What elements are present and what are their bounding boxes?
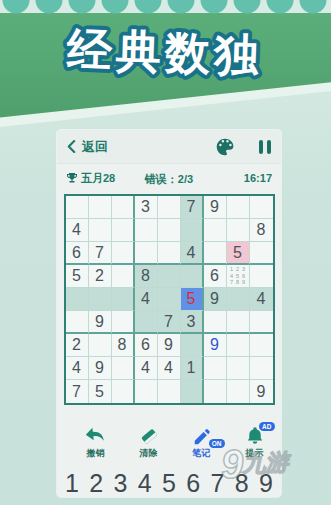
cell-r6c6[interactable]: 3: [181, 311, 204, 334]
pencil-notes: 123456789: [227, 265, 249, 287]
numpad-4[interactable]: 4: [138, 469, 152, 497]
cell-r8c7[interactable]: [204, 357, 227, 380]
undo-arrow-icon: [85, 426, 107, 446]
cell-r1c2[interactable]: [89, 196, 112, 219]
cell-r3c8[interactable]: 5: [227, 242, 250, 265]
hint-ad-badge: AD: [259, 422, 274, 431]
cell-r8c2[interactable]: 9: [89, 357, 112, 380]
back-button[interactable]: 返回: [67, 138, 108, 156]
undo-button[interactable]: 撤销: [74, 426, 118, 468]
sudoku-grid: 3794867455286123456789459497328699494417…: [64, 194, 275, 405]
cell-r8c9[interactable]: [250, 357, 273, 380]
cell-r8c6[interactable]: 1: [181, 357, 204, 380]
cell-r4c3[interactable]: [112, 265, 135, 288]
banner-title: 经典数独: [65, 24, 264, 82]
cell-r6c9[interactable]: [250, 311, 273, 334]
cell-r3c5[interactable]: [158, 242, 181, 265]
app-panel: 返回 五月28 错误：2/3 16:17 3794867455286123456…: [57, 130, 281, 497]
notes-button[interactable]: ON 笔记: [180, 426, 224, 468]
cell-r6c4[interactable]: [135, 311, 158, 334]
toolbar: 撤销 清除 ON 笔记: [57, 426, 281, 468]
cell-r5c8[interactable]: [227, 288, 250, 311]
cell-r1c1[interactable]: [66, 196, 89, 219]
notes-label: 笔记: [193, 447, 211, 460]
pause-button[interactable]: [259, 140, 271, 154]
cell-r5c6[interactable]: 5: [181, 288, 204, 311]
cell-r6c8[interactable]: [227, 311, 250, 334]
cell-r2c6[interactable]: [181, 219, 204, 242]
erase-button[interactable]: 清除: [127, 426, 171, 468]
cell-r4c6[interactable]: [181, 265, 204, 288]
page: 经典数独 返回 五月28: [0, 0, 331, 505]
scallop-wave: [0, 0, 331, 16]
cell-r7c8[interactable]: [227, 334, 250, 357]
date-label: 五月28: [81, 171, 115, 186]
cell-r1c6[interactable]: 7: [181, 196, 204, 219]
numpad-2[interactable]: 2: [89, 469, 103, 497]
cell-r1c7[interactable]: 9: [204, 196, 227, 219]
palette-icon[interactable]: [215, 137, 235, 157]
cell-r4c1[interactable]: 5: [66, 265, 89, 288]
numpad-7[interactable]: 7: [211, 469, 225, 497]
cell-r3c7[interactable]: [204, 242, 227, 265]
status-bar: 五月28 错误：2/3 16:17: [57, 164, 281, 192]
cell-r7c6[interactable]: [181, 334, 204, 357]
cell-r4c4[interactable]: 8: [135, 265, 158, 288]
cell-r3c6[interactable]: 4: [181, 242, 204, 265]
cell-r4c7[interactable]: 6: [204, 265, 227, 288]
cell-r5c4[interactable]: 4: [135, 288, 158, 311]
cell-r8c4[interactable]: 4: [135, 357, 158, 380]
cell-r8c3[interactable]: [112, 357, 135, 380]
cell-r4c5[interactable]: [158, 265, 181, 288]
cell-r2c3[interactable]: [112, 219, 135, 242]
erase-label: 清除: [140, 447, 158, 460]
errors-label: 错误：: [145, 173, 178, 185]
cell-r2c7[interactable]: [204, 219, 227, 242]
banner-title-wrap: 经典数独: [24, 15, 306, 87]
cell-r9c8[interactable]: [227, 380, 250, 403]
cell-r9c6[interactable]: [181, 380, 204, 403]
cell-r9c2[interactable]: 5: [89, 380, 112, 403]
cell-r5c1[interactable]: [66, 288, 89, 311]
cell-r9c5[interactable]: [158, 380, 181, 403]
notes-on-badge: ON: [209, 439, 225, 448]
cell-r4c2[interactable]: 2: [89, 265, 112, 288]
cell-r1c4[interactable]: 3: [135, 196, 158, 219]
cell-r2c4[interactable]: [135, 219, 158, 242]
numpad-9[interactable]: 9: [259, 469, 273, 497]
cell-r4c8[interactable]: 123456789: [227, 265, 250, 288]
cell-r2c2[interactable]: [89, 219, 112, 242]
cell-r3c3[interactable]: [112, 242, 135, 265]
cell-r4c9[interactable]: [250, 265, 273, 288]
numpad-3[interactable]: 3: [114, 469, 128, 497]
numpad: 123456789: [57, 469, 281, 497]
cell-r6c2[interactable]: 9: [89, 311, 112, 334]
cell-r3c1[interactable]: 6: [66, 242, 89, 265]
cell-r2c9[interactable]: 8: [250, 219, 273, 242]
cell-r5c3[interactable]: [112, 288, 135, 311]
cell-r7c9[interactable]: [250, 334, 273, 357]
cell-r5c9[interactable]: 4: [250, 288, 273, 311]
chevron-left-icon: [67, 140, 76, 153]
cell-r9c9[interactable]: 9: [250, 380, 273, 403]
numpad-5[interactable]: 5: [162, 469, 176, 497]
cell-r5c5[interactable]: [158, 288, 181, 311]
cell-r2c8[interactable]: [227, 219, 250, 242]
cell-r7c2[interactable]: [89, 334, 112, 357]
cell-r3c2[interactable]: 7: [89, 242, 112, 265]
cell-r6c1[interactable]: [66, 311, 89, 334]
cell-r5c2[interactable]: [89, 288, 112, 311]
hint-button[interactable]: AD 提示: [233, 426, 277, 468]
cell-r2c1[interactable]: 4: [66, 219, 89, 242]
cell-r7c1[interactable]: 2: [66, 334, 89, 357]
undo-label: 撤销: [87, 447, 105, 460]
numpad-8[interactable]: 8: [235, 469, 249, 497]
app-header: 返回: [57, 130, 281, 164]
cell-r3c9[interactable]: [250, 242, 273, 265]
cell-r9c7[interactable]: [204, 380, 227, 403]
daily-challenge: 五月28: [66, 171, 115, 186]
cell-r8c1[interactable]: 4: [66, 357, 89, 380]
errors-value: 2/3: [178, 173, 193, 185]
cell-r5c7[interactable]: 9: [204, 288, 227, 311]
cell-r8c8[interactable]: [227, 357, 250, 380]
cell-r7c5[interactable]: 9: [158, 334, 181, 357]
cell-r6c5[interactable]: 7: [158, 311, 181, 334]
eraser-icon: [138, 426, 160, 446]
back-label: 返回: [82, 138, 108, 156]
cell-r1c3[interactable]: [112, 196, 135, 219]
cell-r1c5[interactable]: [158, 196, 181, 219]
cell-r7c7[interactable]: 9: [204, 334, 227, 357]
cell-r7c4[interactable]: 6: [135, 334, 158, 357]
numpad-1[interactable]: 1: [65, 469, 79, 497]
cell-r6c7[interactable]: [204, 311, 227, 334]
cell-r1c8[interactable]: [227, 196, 250, 219]
cell-r1c9[interactable]: [250, 196, 273, 219]
cell-r6c3[interactable]: [112, 311, 135, 334]
cell-r3c4[interactable]: [135, 242, 158, 265]
cell-r8c5[interactable]: 4: [158, 357, 181, 380]
cell-r7c3[interactable]: 8: [112, 334, 135, 357]
timer: 16:17: [244, 172, 272, 184]
hint-label: 提示: [246, 447, 264, 460]
cell-r9c4[interactable]: [135, 380, 158, 403]
cell-r9c1[interactable]: 7: [66, 380, 89, 403]
numpad-6[interactable]: 6: [186, 469, 200, 497]
cell-r2c5[interactable]: [158, 219, 181, 242]
trophy-icon: [66, 172, 78, 184]
cell-r9c3[interactable]: [112, 380, 135, 403]
